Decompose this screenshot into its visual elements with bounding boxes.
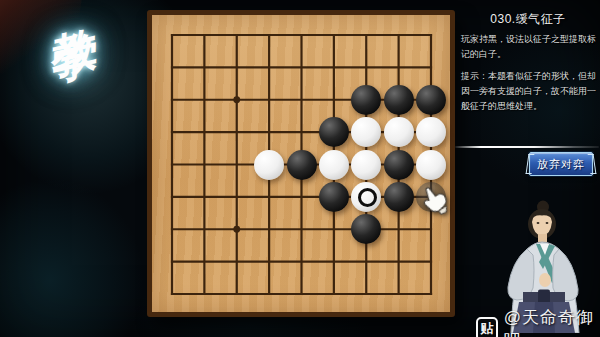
white-stone — [416, 117, 446, 147]
stones-layer — [152, 15, 450, 312]
panel-divider — [455, 146, 599, 148]
marked-white-stone — [351, 182, 381, 212]
black-stone — [319, 182, 349, 212]
game-screen: 教学 030.缓气征子 玩家持黑，设法以征子之型提取标 记的白子。 提示：本题看… — [0, 0, 600, 337]
puzzle-description: 玩家持黑，设法以征子之型提取标 记的白子。 — [461, 32, 598, 62]
go-board[interactable] — [147, 10, 455, 317]
smoke-effect — [0, 150, 170, 337]
give-up-button[interactable]: 放弃对弈 — [529, 152, 593, 176]
black-stone — [351, 85, 381, 115]
black-stone — [319, 117, 349, 147]
black-stone — [384, 182, 414, 212]
white-stone — [351, 117, 381, 147]
tieba-icon: 贴 — [476, 317, 498, 337]
watermark-text: @天命奇御吧 — [504, 306, 600, 337]
black-stone — [384, 150, 414, 180]
puzzle-title: 030.缓气征子 — [458, 11, 598, 28]
white-stone — [254, 150, 284, 180]
black-stone — [287, 150, 317, 180]
corner-brush-stroke — [0, 0, 83, 83]
white-stone — [319, 150, 349, 180]
black-stone — [384, 85, 414, 115]
puzzle-hint: 提示：本题看似征子的形状，但却 因一旁有支援的白子，故不能用一 般征子的思维处理… — [461, 69, 598, 114]
black-stone — [351, 214, 381, 244]
watermark: 贴 @天命奇御吧 — [476, 306, 600, 337]
white-stone — [416, 150, 446, 180]
circle-mark — [358, 188, 377, 207]
white-stone — [384, 117, 414, 147]
black-stone — [416, 85, 446, 115]
white-stone — [351, 150, 381, 180]
